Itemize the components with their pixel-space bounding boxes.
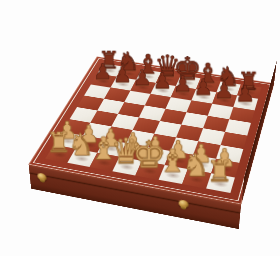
- piece-dark-pawn[interactable]: ♟: [226, 83, 265, 105]
- square-h6[interactable]: [229, 107, 254, 123]
- square-h5[interactable]: [225, 119, 251, 135]
- brass-clasp-left-icon: [37, 172, 47, 181]
- product-photo-chess-set: ♜♞♝♛♚♝♞♜♟♟♟♟♟♟♟♟♟♟♟♟♟♟♟♟♜♞♝♛♚♝♞♜: [0, 0, 280, 256]
- brass-clasp-right-icon: [179, 199, 189, 208]
- square-h1[interactable]: ♜: [206, 173, 235, 193]
- scene: ♜♞♝♛♚♝♞♜♟♟♟♟♟♟♟♟♟♟♟♟♟♟♟♟♜♞♝♛♚♝♞♜: [0, 0, 280, 256]
- folding-chess-box: ♜♞♝♛♚♝♞♜♟♟♟♟♟♟♟♟♟♟♟♟♟♟♟♟♜♞♝♛♚♝♞♜: [28, 57, 274, 205]
- board-grid[interactable]: ♜♞♝♛♚♝♞♜♟♟♟♟♟♟♟♟♟♟♟♟♟♟♟♟♜♞♝♛♚♝♞♜: [45, 63, 261, 192]
- piece-light-rook[interactable]: ♜: [198, 157, 243, 186]
